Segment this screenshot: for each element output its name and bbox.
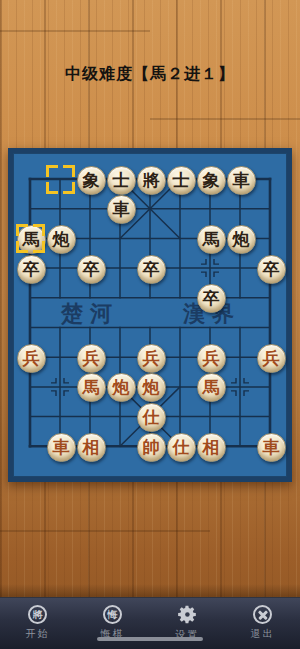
piece-red-仕[interactable]: 仕 — [137, 403, 166, 432]
undo-button[interactable]: 悔 悔棋 — [84, 598, 142, 641]
exit-button[interactable]: 退出 — [234, 598, 292, 641]
wood-seam — [0, 30, 150, 32]
gear-icon — [177, 604, 198, 625]
home-indicator[interactable] — [97, 637, 203, 641]
piece-black-卒[interactable]: 卒 — [137, 255, 166, 284]
bottom-toolbar: 將 开始 悔 悔棋 设置 退出 — [0, 597, 300, 649]
piece-black-炮[interactable]: 炮 — [47, 225, 76, 254]
piece-red-馬[interactable]: 馬 — [77, 373, 106, 402]
piece-black-馬[interactable]: 馬 — [197, 225, 226, 254]
piece-red-兵[interactable]: 兵 — [137, 344, 166, 373]
piece-red-兵[interactable]: 兵 — [77, 344, 106, 373]
piece-red-帥[interactable]: 帥 — [137, 433, 166, 462]
piece-red-相[interactable]: 相 — [197, 433, 226, 462]
piece-red-兵[interactable]: 兵 — [17, 344, 46, 373]
page-title: 中级难度【馬２进１】 — [0, 64, 300, 85]
piece-black-炮[interactable]: 炮 — [227, 225, 256, 254]
piece-black-象[interactable]: 象 — [197, 166, 226, 195]
wood-seam — [0, 530, 210, 532]
piece-black-卒[interactable]: 卒 — [197, 284, 226, 313]
piece-black-卒[interactable]: 卒 — [17, 255, 46, 284]
start-button[interactable]: 將 开始 — [9, 598, 67, 641]
piece-red-馬[interactable]: 馬 — [197, 373, 226, 402]
close-circle-icon — [253, 605, 272, 624]
piece-black-將[interactable]: 將 — [137, 166, 166, 195]
exit-button-label: 退出 — [251, 627, 275, 641]
piece-red-兵[interactable]: 兵 — [197, 344, 226, 373]
piece-red-兵[interactable]: 兵 — [257, 344, 286, 373]
wood-seam — [150, 118, 300, 120]
piece-red-車[interactable]: 車 — [257, 433, 286, 462]
river-label-left: 楚河 — [61, 299, 119, 329]
xiangqi-board[interactable]: 楚河 漢界 象士將士象車車馬炮馬炮卒卒卒卒卒兵兵兵兵兵馬炮炮馬仕車相帥仕相車 — [8, 148, 292, 482]
piece-black-士[interactable]: 士 — [167, 166, 196, 195]
piece-black-卒[interactable]: 卒 — [77, 255, 106, 284]
piece-black-象[interactable]: 象 — [77, 166, 106, 195]
piece-black-士[interactable]: 士 — [107, 166, 136, 195]
piece-black-車[interactable]: 車 — [227, 166, 256, 195]
piece-red-炮[interactable]: 炮 — [107, 373, 136, 402]
piece-jiang-circle-icon: 將 — [28, 605, 47, 624]
settings-button[interactable]: 设置 — [159, 598, 217, 642]
piece-black-卒[interactable]: 卒 — [257, 255, 286, 284]
piece-black-車[interactable]: 車 — [107, 195, 136, 224]
piece-black-馬[interactable]: 馬 — [17, 225, 46, 254]
start-button-label: 开始 — [26, 627, 50, 641]
piece-red-車[interactable]: 車 — [47, 433, 76, 462]
piece-red-仕[interactable]: 仕 — [167, 433, 196, 462]
piece-hui-circle-icon: 悔 — [103, 605, 122, 624]
piece-red-炮[interactable]: 炮 — [137, 373, 166, 402]
piece-red-相[interactable]: 相 — [77, 433, 106, 462]
